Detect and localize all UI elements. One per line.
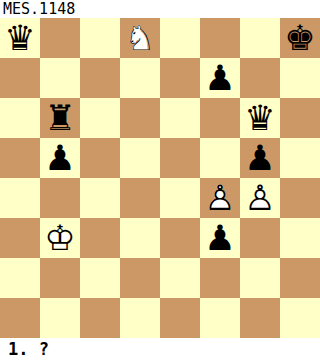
square-h3[interactable] xyxy=(280,218,320,258)
square-b1[interactable] xyxy=(40,298,80,338)
square-b6[interactable]: ♜ xyxy=(40,98,80,138)
square-d6[interactable] xyxy=(120,98,160,138)
square-d4[interactable] xyxy=(120,178,160,218)
square-g5[interactable]: ♟ xyxy=(240,138,280,178)
square-e1[interactable] xyxy=(160,298,200,338)
square-c2[interactable] xyxy=(80,258,120,298)
square-h7[interactable] xyxy=(280,58,320,98)
square-h4[interactable] xyxy=(280,178,320,218)
square-d8[interactable]: ♞♘ xyxy=(120,18,160,58)
piece-black-pawn: ♟ xyxy=(200,58,240,98)
square-g7[interactable] xyxy=(240,58,280,98)
square-a8[interactable]: ♛ xyxy=(0,18,40,58)
square-e6[interactable] xyxy=(160,98,200,138)
piece-black-king: ♚ xyxy=(280,18,320,58)
square-d1[interactable] xyxy=(120,298,160,338)
square-h1[interactable] xyxy=(280,298,320,338)
square-a1[interactable] xyxy=(0,298,40,338)
square-c8[interactable] xyxy=(80,18,120,58)
square-g1[interactable] xyxy=(240,298,280,338)
square-e7[interactable] xyxy=(160,58,200,98)
square-a5[interactable] xyxy=(0,138,40,178)
square-e2[interactable] xyxy=(160,258,200,298)
square-d2[interactable] xyxy=(120,258,160,298)
square-f1[interactable] xyxy=(200,298,240,338)
piece-black-queen: ♛ xyxy=(240,98,280,138)
square-h2[interactable] xyxy=(280,258,320,298)
square-h8[interactable]: ♚ xyxy=(280,18,320,58)
piece-white-knight: ♘ xyxy=(120,18,160,58)
square-a2[interactable] xyxy=(0,258,40,298)
square-a3[interactable] xyxy=(0,218,40,258)
diagram-title: MES.1148 xyxy=(3,0,75,18)
square-f6[interactable] xyxy=(200,98,240,138)
square-e8[interactable] xyxy=(160,18,200,58)
square-f3[interactable]: ♟ xyxy=(200,218,240,258)
square-b3[interactable]: ♚♔ xyxy=(40,218,80,258)
piece-white-pawn: ♙ xyxy=(200,178,240,218)
square-g2[interactable] xyxy=(240,258,280,298)
square-b5[interactable]: ♟ xyxy=(40,138,80,178)
square-d5[interactable] xyxy=(120,138,160,178)
square-c4[interactable] xyxy=(80,178,120,218)
piece-black-pawn: ♟ xyxy=(40,138,80,178)
square-a4[interactable] xyxy=(0,178,40,218)
square-d3[interactable] xyxy=(120,218,160,258)
square-e5[interactable] xyxy=(160,138,200,178)
square-c7[interactable] xyxy=(80,58,120,98)
square-b8[interactable] xyxy=(40,18,80,58)
square-h6[interactable] xyxy=(280,98,320,138)
square-f5[interactable] xyxy=(200,138,240,178)
piece-black-rook: ♜ xyxy=(40,98,80,138)
square-h5[interactable] xyxy=(280,138,320,178)
square-e4[interactable] xyxy=(160,178,200,218)
square-a6[interactable] xyxy=(0,98,40,138)
square-g4[interactable]: ♟♙ xyxy=(240,178,280,218)
square-c5[interactable] xyxy=(80,138,120,178)
square-a7[interactable] xyxy=(0,58,40,98)
square-g3[interactable] xyxy=(240,218,280,258)
square-c3[interactable] xyxy=(80,218,120,258)
chess-board: ♛♞♘♚♟♜♛♟♟♟♙♟♙♚♔♟ xyxy=(0,18,320,338)
square-f8[interactable] xyxy=(200,18,240,58)
square-c1[interactable] xyxy=(80,298,120,338)
piece-black-queen: ♛ xyxy=(0,18,40,58)
piece-white-pawn: ♙ xyxy=(240,178,280,218)
square-c6[interactable] xyxy=(80,98,120,138)
square-g8[interactable] xyxy=(240,18,280,58)
square-f2[interactable] xyxy=(200,258,240,298)
square-b4[interactable] xyxy=(40,178,80,218)
piece-white-king: ♔ xyxy=(40,218,80,258)
piece-black-pawn: ♟ xyxy=(200,218,240,258)
square-e3[interactable] xyxy=(160,218,200,258)
square-f7[interactable]: ♟ xyxy=(200,58,240,98)
piece-black-pawn: ♟ xyxy=(240,138,280,178)
square-b2[interactable] xyxy=(40,258,80,298)
move-prompt: 1. ? xyxy=(8,338,49,360)
square-g6[interactable]: ♛ xyxy=(240,98,280,138)
square-b7[interactable] xyxy=(40,58,80,98)
square-f4[interactable]: ♟♙ xyxy=(200,178,240,218)
square-d7[interactable] xyxy=(120,58,160,98)
